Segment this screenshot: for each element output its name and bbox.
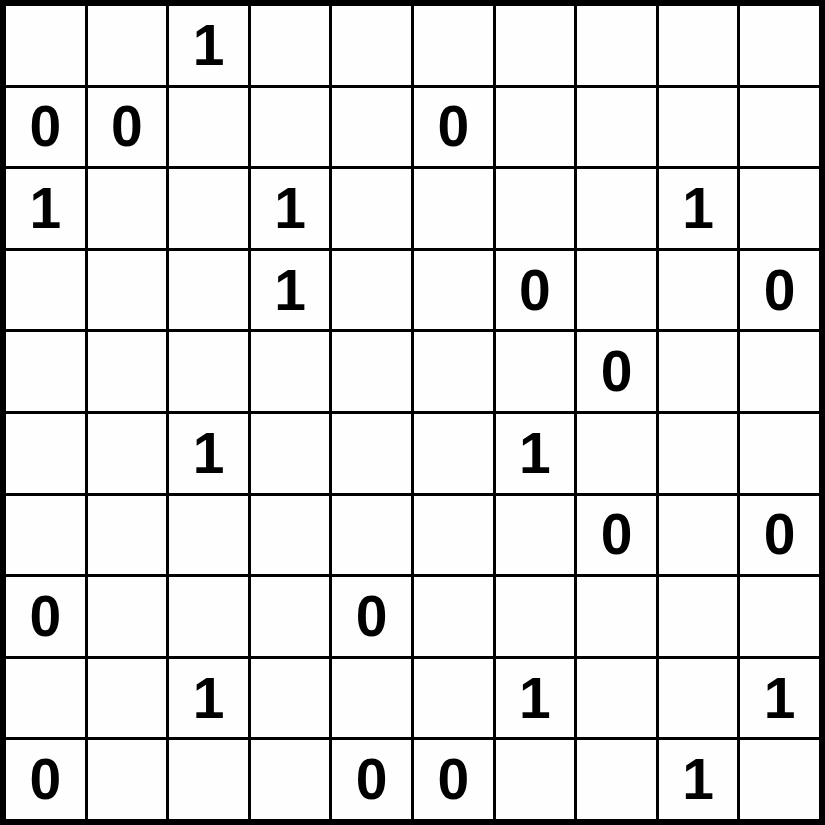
cell-r9c8[interactable] [577,659,656,738]
cell-r4c8[interactable] [577,251,656,330]
cell-r7c2[interactable] [88,496,167,575]
cell-r9c5[interactable] [332,659,411,738]
cell-r10c5[interactable]: 0 [332,740,411,819]
cell-r8c5[interactable]: 0 [332,577,411,656]
cell-r3c1[interactable]: 1 [6,169,85,248]
cell-r1c10[interactable] [740,6,819,85]
cell-r5c9[interactable] [659,332,738,411]
cell-r8c7[interactable] [496,577,575,656]
cell-r3c2[interactable] [88,169,167,248]
cell-r2c9[interactable] [659,88,738,167]
cell-r1c3[interactable]: 1 [169,6,248,85]
cell-r2c8[interactable] [577,88,656,167]
cell-r4c6[interactable] [414,251,493,330]
cell-r2c7[interactable] [496,88,575,167]
cell-r7c1[interactable] [6,496,85,575]
cell-r1c1[interactable] [6,6,85,85]
cell-r1c9[interactable] [659,6,738,85]
cell-r6c9[interactable] [659,414,738,493]
cell-r6c6[interactable] [414,414,493,493]
cell-r3c9[interactable]: 1 [659,169,738,248]
cell-r6c10[interactable] [740,414,819,493]
cell-r4c3[interactable] [169,251,248,330]
cell-r8c4[interactable] [251,577,330,656]
cell-r6c7[interactable]: 1 [496,414,575,493]
cell-r4c4[interactable]: 1 [251,251,330,330]
cell-r7c10[interactable]: 0 [740,496,819,575]
cell-r10c1[interactable]: 0 [6,740,85,819]
cell-r7c9[interactable] [659,496,738,575]
cell-r10c6[interactable]: 0 [414,740,493,819]
cell-r2c3[interactable] [169,88,248,167]
cell-r4c5[interactable] [332,251,411,330]
cell-r6c8[interactable] [577,414,656,493]
cell-r3c6[interactable] [414,169,493,248]
cell-r4c10[interactable]: 0 [740,251,819,330]
cell-r5c6[interactable] [414,332,493,411]
cell-r3c3[interactable] [169,169,248,248]
cell-r5c8[interactable]: 0 [577,332,656,411]
cell-r7c8[interactable]: 0 [577,496,656,575]
cell-r1c4[interactable] [251,6,330,85]
cell-r9c7[interactable]: 1 [496,659,575,738]
cell-r8c6[interactable] [414,577,493,656]
cell-r8c9[interactable] [659,577,738,656]
cell-r10c2[interactable] [88,740,167,819]
cell-r5c4[interactable] [251,332,330,411]
cell-r6c4[interactable] [251,414,330,493]
cell-r8c2[interactable] [88,577,167,656]
cell-r10c9[interactable]: 1 [659,740,738,819]
cell-r10c8[interactable] [577,740,656,819]
cell-r1c8[interactable] [577,6,656,85]
cell-r2c2[interactable]: 0 [88,88,167,167]
cell-r9c6[interactable] [414,659,493,738]
cell-r9c10[interactable]: 1 [740,659,819,738]
cell-r2c1[interactable]: 0 [6,88,85,167]
cell-r2c4[interactable] [251,88,330,167]
cell-r3c7[interactable] [496,169,575,248]
cell-r9c3[interactable]: 1 [169,659,248,738]
cell-r6c5[interactable] [332,414,411,493]
cell-r4c1[interactable] [6,251,85,330]
cell-r10c10[interactable] [740,740,819,819]
cell-r5c1[interactable] [6,332,85,411]
cell-r7c3[interactable] [169,496,248,575]
puzzle-page: 100011110001100001110001 [0,0,825,825]
cell-r3c4[interactable]: 1 [251,169,330,248]
cell-r2c6[interactable]: 0 [414,88,493,167]
cell-r5c5[interactable] [332,332,411,411]
cell-r5c2[interactable] [88,332,167,411]
cell-r7c6[interactable] [414,496,493,575]
binairo-board: 100011110001100001110001 [0,0,825,825]
cell-r2c10[interactable] [740,88,819,167]
cell-r6c3[interactable]: 1 [169,414,248,493]
cell-r1c6[interactable] [414,6,493,85]
cell-r10c4[interactable] [251,740,330,819]
cell-r3c10[interactable] [740,169,819,248]
cell-r7c7[interactable] [496,496,575,575]
cell-r8c3[interactable] [169,577,248,656]
cell-r10c7[interactable] [496,740,575,819]
cell-r4c7[interactable]: 0 [496,251,575,330]
cell-r8c8[interactable] [577,577,656,656]
cell-r5c10[interactable] [740,332,819,411]
cell-r7c5[interactable] [332,496,411,575]
cell-r9c2[interactable] [88,659,167,738]
cell-r4c9[interactable] [659,251,738,330]
cell-r9c1[interactable] [6,659,85,738]
cell-r1c2[interactable] [88,6,167,85]
cell-r1c7[interactable] [496,6,575,85]
cell-r6c2[interactable] [88,414,167,493]
cell-r3c8[interactable] [577,169,656,248]
cell-r10c3[interactable] [169,740,248,819]
cell-r7c4[interactable] [251,496,330,575]
cell-r1c5[interactable] [332,6,411,85]
cell-r4c2[interactable] [88,251,167,330]
cell-r5c7[interactable] [496,332,575,411]
cell-r8c1[interactable]: 0 [6,577,85,656]
cell-r9c4[interactable] [251,659,330,738]
cell-r3c5[interactable] [332,169,411,248]
cell-r5c3[interactable] [169,332,248,411]
cell-r8c10[interactable] [740,577,819,656]
cell-r6c1[interactable] [6,414,85,493]
cell-r2c5[interactable] [332,88,411,167]
cell-r9c9[interactable] [659,659,738,738]
